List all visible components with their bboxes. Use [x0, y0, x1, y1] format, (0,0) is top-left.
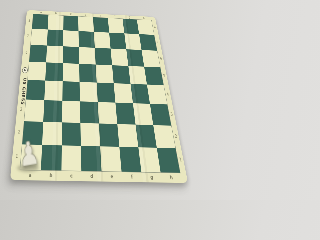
square-e3[interactable]	[98, 102, 117, 124]
square-d8[interactable]	[78, 16, 94, 31]
coord-label: g	[122, 15, 137, 19]
square-b3[interactable]	[43, 100, 62, 122]
square-e7[interactable]	[94, 32, 111, 48]
square-b1[interactable]	[41, 145, 62, 171]
square-d6[interactable]	[79, 47, 96, 65]
coord-label: e	[93, 14, 108, 18]
square-c6[interactable]	[63, 46, 80, 64]
coord-label: a	[33, 10, 48, 14]
coord-label: h	[136, 16, 151, 20]
square-c3[interactable]	[62, 101, 81, 123]
square-d2[interactable]	[80, 123, 100, 147]
square-a4[interactable]	[26, 80, 45, 100]
coord-label: h	[161, 172, 182, 183]
photo-scene: abcdefgh abcdefgh 87654321 87654321 ♞ US…	[0, 0, 200, 200]
square-c8[interactable]	[63, 16, 78, 31]
square-b6[interactable]	[46, 45, 63, 63]
square-c7[interactable]	[63, 30, 79, 47]
square-a5[interactable]	[28, 62, 46, 81]
coord-label: f	[107, 14, 122, 18]
coord-label: f	[121, 172, 142, 183]
coord-label: b	[40, 170, 61, 181]
coord-label: e	[102, 171, 123, 182]
square-c5[interactable]	[62, 63, 79, 82]
coord-label: d	[81, 171, 102, 182]
square-d3[interactable]	[80, 101, 99, 123]
file-labels-bottom: abcdefgh	[19, 170, 182, 183]
coord-label: 6	[22, 44, 31, 61]
square-d1[interactable]	[81, 146, 102, 171]
square-c2[interactable]	[62, 122, 81, 146]
square-a7[interactable]	[31, 29, 48, 46]
knight-emblem-icon: ♞	[22, 67, 28, 73]
white-pawn[interactable]: ♟	[17, 134, 41, 177]
square-e4[interactable]	[97, 83, 116, 103]
square-d4[interactable]	[80, 82, 98, 102]
square-a3[interactable]	[24, 100, 44, 122]
coord-label: c	[61, 170, 82, 181]
coord-label: b	[48, 11, 63, 15]
square-c4[interactable]	[62, 81, 80, 101]
square-b7[interactable]	[47, 30, 63, 47]
coord-label: c	[63, 12, 78, 16]
square-a8[interactable]	[32, 14, 48, 30]
square-d7[interactable]	[79, 31, 95, 47]
square-e5[interactable]	[96, 64, 114, 83]
square-e2[interactable]	[99, 123, 119, 146]
square-b8[interactable]	[48, 15, 64, 31]
square-c1[interactable]	[61, 145, 81, 171]
coord-label: d	[78, 13, 93, 17]
square-b5[interactable]	[45, 62, 63, 81]
square-d5[interactable]	[79, 64, 96, 83]
square-e8[interactable]	[93, 17, 109, 32]
square-a6[interactable]	[29, 45, 47, 63]
square-e1[interactable]	[100, 146, 121, 171]
coord-label: 7	[24, 28, 32, 44]
square-e6[interactable]	[95, 48, 112, 66]
square-b4[interactable]	[44, 81, 62, 101]
coord-label: 8	[25, 14, 33, 29]
square-b2[interactable]	[42, 122, 62, 146]
coord-label: g	[141, 172, 162, 183]
